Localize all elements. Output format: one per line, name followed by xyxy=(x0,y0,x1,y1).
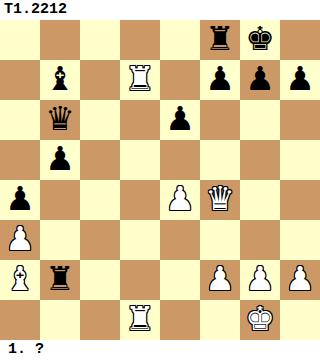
black-pawn-icon: ♟ xyxy=(5,180,35,219)
square-f5[interactable] xyxy=(200,140,240,180)
square-c7[interactable] xyxy=(80,60,120,100)
puzzle-id: T1.2212 xyxy=(0,0,67,20)
square-a5[interactable] xyxy=(0,140,40,180)
black-rook-icon: ♜ xyxy=(45,260,75,299)
black-rook-icon: ♜ xyxy=(205,20,235,59)
black-queen-icon: ♛ xyxy=(45,100,75,139)
square-b6[interactable]: ♛ xyxy=(40,100,80,140)
white-pawn-icon: ♟ xyxy=(5,220,35,259)
square-f4[interactable]: ♛ xyxy=(200,180,240,220)
square-g6[interactable] xyxy=(240,100,280,140)
square-e5[interactable] xyxy=(160,140,200,180)
square-b5[interactable]: ♟ xyxy=(40,140,80,180)
square-a3[interactable]: ♟ xyxy=(0,220,40,260)
square-e6[interactable]: ♟ xyxy=(160,100,200,140)
square-d3[interactable] xyxy=(120,220,160,260)
square-a4[interactable]: ♟ xyxy=(0,180,40,220)
black-pawn-icon: ♟ xyxy=(245,60,275,99)
black-pawn-icon: ♟ xyxy=(205,60,235,99)
square-g8[interactable]: ♚ xyxy=(240,20,280,60)
square-d6[interactable] xyxy=(120,100,160,140)
square-d8[interactable] xyxy=(120,20,160,60)
square-f1[interactable] xyxy=(200,300,240,340)
black-pawn-icon: ♟ xyxy=(45,140,75,179)
square-h6[interactable] xyxy=(280,100,320,140)
square-b2[interactable]: ♜ xyxy=(40,260,80,300)
square-g5[interactable] xyxy=(240,140,280,180)
square-a1[interactable] xyxy=(0,300,40,340)
black-bishop-icon: ♝ xyxy=(45,60,75,99)
square-e1[interactable] xyxy=(160,300,200,340)
white-pawn-icon: ♟ xyxy=(285,260,315,299)
white-bishop-icon: ♝ xyxy=(5,260,35,299)
square-h4[interactable] xyxy=(280,180,320,220)
square-a7[interactable] xyxy=(0,60,40,100)
title-bar: T1.2212 xyxy=(0,0,320,20)
square-b8[interactable] xyxy=(40,20,80,60)
square-e3[interactable] xyxy=(160,220,200,260)
square-a8[interactable] xyxy=(0,20,40,60)
square-g7[interactable]: ♟ xyxy=(240,60,280,100)
status-bar: 1. ? xyxy=(0,340,320,360)
square-e4[interactable]: ♟ xyxy=(160,180,200,220)
square-g2[interactable]: ♟ xyxy=(240,260,280,300)
square-d7[interactable]: ♜ xyxy=(120,60,160,100)
square-h1[interactable] xyxy=(280,300,320,340)
square-f8[interactable]: ♜ xyxy=(200,20,240,60)
square-g1[interactable]: ♚ xyxy=(240,300,280,340)
white-pawn-icon: ♟ xyxy=(245,260,275,299)
square-d5[interactable] xyxy=(120,140,160,180)
square-f3[interactable] xyxy=(200,220,240,260)
square-a2[interactable]: ♝ xyxy=(0,260,40,300)
square-f7[interactable]: ♟ xyxy=(200,60,240,100)
square-f6[interactable] xyxy=(200,100,240,140)
square-c3[interactable] xyxy=(80,220,120,260)
square-b7[interactable]: ♝ xyxy=(40,60,80,100)
square-d4[interactable] xyxy=(120,180,160,220)
move-prompt: 1. ? xyxy=(0,340,44,360)
square-b1[interactable] xyxy=(40,300,80,340)
white-king-icon: ♚ xyxy=(245,300,275,339)
black-king-icon: ♚ xyxy=(245,20,275,59)
square-h7[interactable]: ♟ xyxy=(280,60,320,100)
square-e2[interactable] xyxy=(160,260,200,300)
square-c6[interactable] xyxy=(80,100,120,140)
square-f2[interactable]: ♟ xyxy=(200,260,240,300)
square-a6[interactable] xyxy=(0,100,40,140)
square-g4[interactable] xyxy=(240,180,280,220)
square-c2[interactable] xyxy=(80,260,120,300)
white-queen-icon: ♛ xyxy=(205,180,235,219)
square-c5[interactable] xyxy=(80,140,120,180)
square-c4[interactable] xyxy=(80,180,120,220)
square-g3[interactable] xyxy=(240,220,280,260)
square-h5[interactable] xyxy=(280,140,320,180)
square-h8[interactable] xyxy=(280,20,320,60)
square-c1[interactable] xyxy=(80,300,120,340)
square-h3[interactable] xyxy=(280,220,320,260)
white-rook-icon: ♜ xyxy=(125,300,155,339)
square-d1[interactable]: ♜ xyxy=(120,300,160,340)
square-e7[interactable] xyxy=(160,60,200,100)
white-pawn-icon: ♟ xyxy=(205,260,235,299)
square-d2[interactable] xyxy=(120,260,160,300)
square-e8[interactable] xyxy=(160,20,200,60)
square-h2[interactable]: ♟ xyxy=(280,260,320,300)
square-c8[interactable] xyxy=(80,20,120,60)
chess-board: ♜♚♝♜♟♟♟♛♟♟♟♟♛♟♝♜♟♟♟♜♚ xyxy=(0,20,320,340)
black-pawn-icon: ♟ xyxy=(285,60,315,99)
white-pawn-icon: ♟ xyxy=(165,180,195,219)
black-pawn-icon: ♟ xyxy=(165,100,195,139)
square-b4[interactable] xyxy=(40,180,80,220)
white-rook-icon: ♜ xyxy=(125,60,155,99)
square-b3[interactable] xyxy=(40,220,80,260)
